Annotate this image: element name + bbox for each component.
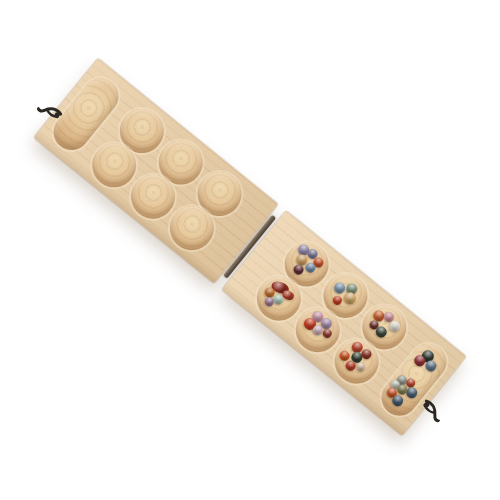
gem-stone: [331, 294, 344, 307]
mancala-board: [34, 58, 467, 436]
board-left-half: [34, 58, 278, 283]
product-photo-scene: [0, 0, 500, 500]
